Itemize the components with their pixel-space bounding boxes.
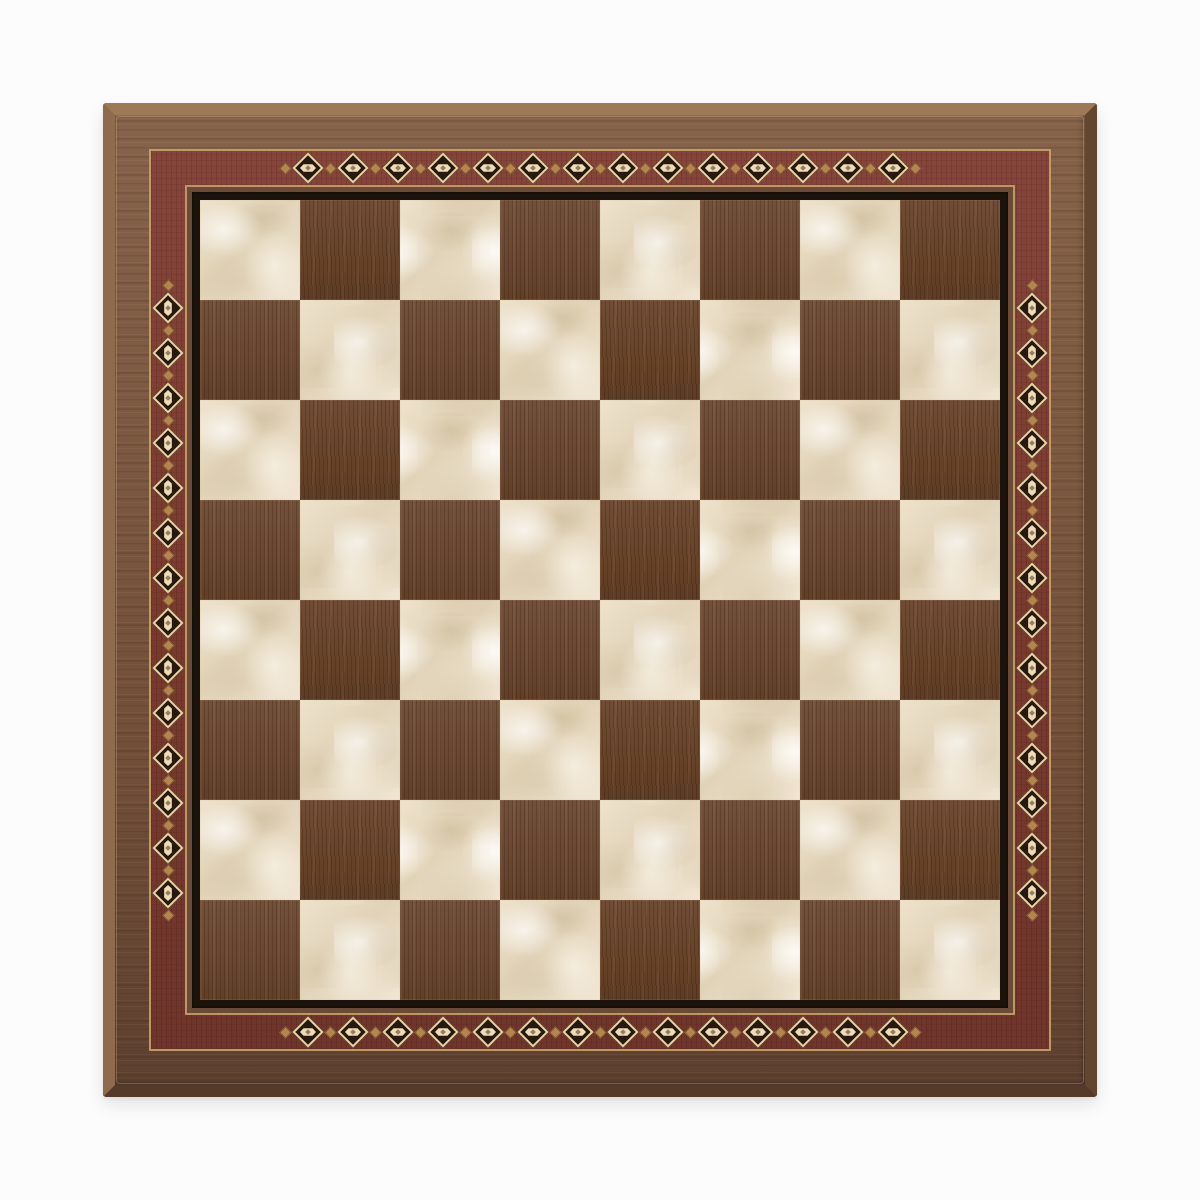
inlay-diamond-eye bbox=[660, 164, 676, 172]
inlay-large-diamond-icon bbox=[152, 292, 183, 323]
square-h1 bbox=[900, 900, 1000, 1000]
inlay-small-diamond-icon bbox=[459, 1026, 472, 1039]
inlay-diamond-eye bbox=[164, 705, 172, 721]
inlay-small-diamond-icon bbox=[162, 549, 175, 562]
square-h2 bbox=[900, 800, 1000, 900]
square-g3 bbox=[800, 700, 900, 800]
inlay-diamond-eye bbox=[840, 164, 856, 172]
inlay-large-diamond-icon bbox=[152, 427, 183, 458]
inlay-diamond-eye bbox=[795, 164, 811, 172]
inlay-diamond-eye bbox=[885, 1028, 901, 1036]
square-a8 bbox=[200, 200, 300, 300]
inlay-diamond-eye bbox=[1028, 660, 1036, 676]
inlay-diamond-eye bbox=[1028, 750, 1036, 766]
inlay-small-diamond-icon bbox=[369, 1026, 382, 1039]
square-c7 bbox=[400, 300, 500, 400]
inlay-diamond-eye bbox=[1028, 570, 1036, 586]
square-d1 bbox=[500, 900, 600, 1000]
inlay-small-diamond-icon bbox=[774, 1026, 787, 1039]
square-h3 bbox=[900, 700, 1000, 800]
inlay-diamond-eye bbox=[390, 164, 406, 172]
inlay-large-diamond-icon bbox=[427, 152, 458, 183]
inlay-diamond-eye bbox=[1028, 390, 1036, 406]
inlay-small-diamond-icon bbox=[279, 1026, 292, 1039]
inlay-large-diamond-icon bbox=[517, 1016, 548, 1047]
inlay-diamond-eye bbox=[164, 615, 172, 631]
square-h8 bbox=[900, 200, 1000, 300]
inlay-diamond-eye bbox=[1028, 525, 1036, 541]
inlay-small-diamond-icon bbox=[819, 1026, 832, 1039]
square-d3 bbox=[500, 700, 600, 800]
square-d6 bbox=[500, 400, 600, 500]
inlay-diamond-eye bbox=[705, 1028, 721, 1036]
square-h5 bbox=[900, 500, 1000, 600]
inlay-small-diamond-icon bbox=[162, 819, 175, 832]
inlay-large-diamond-icon bbox=[1016, 292, 1047, 323]
square-h6 bbox=[900, 400, 1000, 500]
inlay-small-diamond-icon bbox=[1026, 684, 1039, 697]
square-g6 bbox=[800, 400, 900, 500]
inlay-large-diamond-icon bbox=[1016, 472, 1047, 503]
square-g1 bbox=[800, 900, 900, 1000]
inlay-diamond-eye bbox=[885, 164, 901, 172]
square-e1 bbox=[600, 900, 700, 1000]
inlay-diamond-eye bbox=[164, 435, 172, 451]
square-c1 bbox=[400, 900, 500, 1000]
inlay-diamond-eye bbox=[164, 750, 172, 766]
inlay-large-diamond-icon bbox=[152, 652, 183, 683]
inlay-large-diamond-icon bbox=[1016, 517, 1047, 548]
square-b2 bbox=[300, 800, 400, 900]
inlay-small-diamond-icon bbox=[1026, 909, 1039, 922]
inlay-large-diamond-icon bbox=[787, 152, 818, 183]
square-f3 bbox=[700, 700, 800, 800]
square-a5 bbox=[200, 500, 300, 600]
inlay-large-diamond-icon bbox=[697, 1016, 728, 1047]
square-h7 bbox=[900, 300, 1000, 400]
inlay-large-diamond-icon bbox=[152, 832, 183, 863]
inlay-large-diamond-icon bbox=[1016, 697, 1047, 728]
inlay-diamond-eye bbox=[525, 1028, 541, 1036]
square-b3 bbox=[300, 700, 400, 800]
inlay-small-diamond-icon bbox=[504, 162, 517, 175]
square-e8 bbox=[600, 200, 700, 300]
inlay-diamond-eye bbox=[750, 164, 766, 172]
inlay-small-diamond-icon bbox=[279, 162, 292, 175]
inlay-large-diamond-icon bbox=[652, 152, 683, 183]
inlay-diamond-eye bbox=[615, 164, 631, 172]
inlay-strip-left bbox=[151, 185, 185, 1015]
square-a6 bbox=[200, 400, 300, 500]
inlay-large-diamond-icon bbox=[382, 1016, 413, 1047]
inlay-large-diamond-icon bbox=[337, 152, 368, 183]
square-c5 bbox=[400, 500, 500, 600]
square-f8 bbox=[700, 200, 800, 300]
inlay-small-diamond-icon bbox=[1026, 324, 1039, 337]
inlay-small-diamond-icon bbox=[1026, 729, 1039, 742]
inlay-diamond-eye bbox=[164, 570, 172, 586]
inlay-small-diamond-icon bbox=[1026, 549, 1039, 562]
inlay-small-diamond-icon bbox=[162, 414, 175, 427]
inlay-small-diamond-icon bbox=[162, 864, 175, 877]
inlay-diamond-eye bbox=[164, 300, 172, 316]
inlay-diamond-eye bbox=[164, 480, 172, 496]
inlay-large-diamond-icon bbox=[152, 877, 183, 908]
inlay-small-diamond-icon bbox=[162, 459, 175, 472]
inlay-diamond-eye bbox=[840, 1028, 856, 1036]
inlay-diamond-eye bbox=[164, 390, 172, 406]
inlay-diamond-eye bbox=[164, 885, 172, 901]
inlay-large-diamond-icon bbox=[562, 1016, 593, 1047]
inlay-diamond-eye bbox=[164, 795, 172, 811]
inlay-strip-bottom bbox=[185, 1015, 1015, 1049]
inlay-large-diamond-icon bbox=[292, 152, 323, 183]
inlay-small-diamond-icon bbox=[1026, 414, 1039, 427]
inlay-diamond-eye bbox=[164, 840, 172, 856]
inlay-small-diamond-icon bbox=[549, 1026, 562, 1039]
inlay-small-diamond-icon bbox=[864, 1026, 877, 1039]
inlay-large-diamond-icon bbox=[472, 1016, 503, 1047]
inlay-strip-right bbox=[1015, 185, 1049, 1015]
inlay-large-diamond-icon bbox=[697, 152, 728, 183]
square-f5 bbox=[700, 500, 800, 600]
square-a3 bbox=[200, 700, 300, 800]
inlay-large-diamond-icon bbox=[652, 1016, 683, 1047]
inlay-diamond-eye bbox=[480, 164, 496, 172]
square-d4 bbox=[500, 600, 600, 700]
square-g8 bbox=[800, 200, 900, 300]
inlay-diamond-eye bbox=[1028, 300, 1036, 316]
inlay-large-diamond-icon bbox=[1016, 832, 1047, 863]
inlay-small-diamond-icon bbox=[1026, 279, 1039, 292]
inlay-small-diamond-icon bbox=[324, 162, 337, 175]
inlay-small-diamond-icon bbox=[162, 369, 175, 382]
inlay-diamond-eye bbox=[480, 1028, 496, 1036]
inlay-large-diamond-icon bbox=[152, 562, 183, 593]
inlay-small-diamond-icon bbox=[162, 324, 175, 337]
inlay-diamond-eye bbox=[1028, 435, 1036, 451]
inlay-large-diamond-icon bbox=[152, 697, 183, 728]
inlay-diamond-eye bbox=[300, 1028, 316, 1036]
inlay-large-diamond-icon bbox=[607, 1016, 638, 1047]
square-b4 bbox=[300, 600, 400, 700]
square-f6 bbox=[700, 400, 800, 500]
square-g4 bbox=[800, 600, 900, 700]
inlay-small-diamond-icon bbox=[414, 1026, 427, 1039]
inlay-large-diamond-icon bbox=[152, 517, 183, 548]
inlay-diamond-eye bbox=[1028, 885, 1036, 901]
inlay-large-diamond-icon bbox=[562, 152, 593, 183]
inlay-large-diamond-icon bbox=[1016, 787, 1047, 818]
inlay-large-diamond-icon bbox=[877, 1016, 908, 1047]
inlay-small-diamond-icon bbox=[1026, 504, 1039, 517]
inlay-diamond-eye bbox=[1028, 705, 1036, 721]
inlay-large-diamond-icon bbox=[1016, 877, 1047, 908]
inlay-small-diamond-icon bbox=[1026, 594, 1039, 607]
inlay-large-diamond-icon bbox=[427, 1016, 458, 1047]
inlay-diamond-eye bbox=[795, 1028, 811, 1036]
inlay-large-diamond-icon bbox=[742, 1016, 773, 1047]
square-d5 bbox=[500, 500, 600, 600]
square-g5 bbox=[800, 500, 900, 600]
inlay-small-diamond-icon bbox=[1026, 459, 1039, 472]
inlay-large-diamond-icon bbox=[1016, 337, 1047, 368]
inlay-small-diamond-icon bbox=[1026, 774, 1039, 787]
square-c2 bbox=[400, 800, 500, 900]
inlay-large-diamond-icon bbox=[1016, 562, 1047, 593]
inlay-large-diamond-icon bbox=[152, 787, 183, 818]
square-d7 bbox=[500, 300, 600, 400]
inlay-large-diamond-icon bbox=[337, 1016, 368, 1047]
inlay-large-diamond-icon bbox=[517, 152, 548, 183]
inlay-large-diamond-icon bbox=[1016, 742, 1047, 773]
inlay-large-diamond-icon bbox=[472, 152, 503, 183]
inlay-small-diamond-icon bbox=[162, 729, 175, 742]
inlay-large-diamond-icon bbox=[832, 152, 863, 183]
square-c3 bbox=[400, 700, 500, 800]
inlay-small-diamond-icon bbox=[684, 162, 697, 175]
inlay-small-diamond-icon bbox=[162, 594, 175, 607]
inlay-large-diamond-icon bbox=[1016, 652, 1047, 683]
square-e5 bbox=[600, 500, 700, 600]
square-f7 bbox=[700, 300, 800, 400]
inlay-diamond-eye bbox=[1028, 480, 1036, 496]
inlay-small-diamond-icon bbox=[504, 1026, 517, 1039]
square-e2 bbox=[600, 800, 700, 900]
inlay-small-diamond-icon bbox=[324, 1026, 337, 1039]
inlay-small-diamond-icon bbox=[729, 162, 742, 175]
inlay-diamond-eye bbox=[164, 345, 172, 361]
inlay-small-diamond-icon bbox=[162, 774, 175, 787]
square-b7 bbox=[300, 300, 400, 400]
inlay-small-diamond-icon bbox=[1026, 864, 1039, 877]
square-b5 bbox=[300, 500, 400, 600]
inlay-diamond-eye bbox=[164, 660, 172, 676]
inlay-diamond-eye bbox=[1028, 345, 1036, 361]
inlay-large-diamond-icon bbox=[152, 607, 183, 638]
square-f4 bbox=[700, 600, 800, 700]
inlay-small-diamond-icon bbox=[1026, 819, 1039, 832]
inlay-large-diamond-icon bbox=[152, 337, 183, 368]
inlay-diamond-eye bbox=[525, 164, 541, 172]
square-a1 bbox=[200, 900, 300, 1000]
inlay-diamond-eye bbox=[750, 1028, 766, 1036]
inlay-small-diamond-icon bbox=[819, 162, 832, 175]
inlay-small-diamond-icon bbox=[639, 1026, 652, 1039]
inlay-small-diamond-icon bbox=[774, 162, 787, 175]
inlay-small-diamond-icon bbox=[639, 162, 652, 175]
square-g2 bbox=[800, 800, 900, 900]
inlay-small-diamond-icon bbox=[594, 1026, 607, 1039]
inlay-large-diamond-icon bbox=[607, 152, 638, 183]
square-a4 bbox=[200, 600, 300, 700]
square-c6 bbox=[400, 400, 500, 500]
inlay-strip-top bbox=[185, 151, 1015, 185]
inlay-large-diamond-icon bbox=[152, 382, 183, 413]
inlay-small-diamond-icon bbox=[909, 1026, 922, 1039]
square-h4 bbox=[900, 600, 1000, 700]
square-a2 bbox=[200, 800, 300, 900]
playing-field bbox=[200, 200, 1000, 1000]
inlay-diamond-eye bbox=[570, 1028, 586, 1036]
inlay-diamond-eye bbox=[435, 164, 451, 172]
inlay-large-diamond-icon bbox=[1016, 427, 1047, 458]
square-f2 bbox=[700, 800, 800, 900]
square-c8 bbox=[400, 200, 500, 300]
inlay-diamond-eye bbox=[660, 1028, 676, 1036]
inlay-small-diamond-icon bbox=[162, 684, 175, 697]
inlay-diamond-eye bbox=[570, 164, 586, 172]
square-e7 bbox=[600, 300, 700, 400]
square-b1 bbox=[300, 900, 400, 1000]
inlay-small-diamond-icon bbox=[864, 162, 877, 175]
square-d8 bbox=[500, 200, 600, 300]
inlay-small-diamond-icon bbox=[459, 162, 472, 175]
inlay-large-diamond-icon bbox=[152, 472, 183, 503]
inlay-small-diamond-icon bbox=[684, 1026, 697, 1039]
square-b6 bbox=[300, 400, 400, 500]
inlay-diamond-eye bbox=[1028, 795, 1036, 811]
inlay-diamond-eye bbox=[435, 1028, 451, 1036]
inlay-large-diamond-icon bbox=[1016, 607, 1047, 638]
square-b8 bbox=[300, 200, 400, 300]
inlay-large-diamond-icon bbox=[1016, 382, 1047, 413]
inlay-small-diamond-icon bbox=[162, 504, 175, 517]
inlay-small-diamond-icon bbox=[549, 162, 562, 175]
inlay-large-diamond-icon bbox=[742, 152, 773, 183]
inlay-diamond-eye bbox=[1028, 840, 1036, 856]
square-e3 bbox=[600, 700, 700, 800]
inlay-large-diamond-icon bbox=[877, 152, 908, 183]
square-d2 bbox=[500, 800, 600, 900]
inlay-small-diamond-icon bbox=[594, 162, 607, 175]
square-c4 bbox=[400, 600, 500, 700]
inlay-small-diamond-icon bbox=[414, 162, 427, 175]
square-f1 bbox=[700, 900, 800, 1000]
inlay-large-diamond-icon bbox=[832, 1016, 863, 1047]
inlay-diamond-eye bbox=[1028, 615, 1036, 631]
inlay-diamond-eye bbox=[345, 164, 361, 172]
inlay-small-diamond-icon bbox=[162, 279, 175, 292]
inlay-diamond-eye bbox=[300, 164, 316, 172]
inlay-large-diamond-icon bbox=[382, 152, 413, 183]
inlay-diamond-eye bbox=[390, 1028, 406, 1036]
inlay-small-diamond-icon bbox=[909, 162, 922, 175]
square-a7 bbox=[200, 300, 300, 400]
inlay-small-diamond-icon bbox=[1026, 369, 1039, 382]
inlay-small-diamond-icon bbox=[162, 909, 175, 922]
inlay-large-diamond-icon bbox=[292, 1016, 323, 1047]
inlay-diamond-eye bbox=[615, 1028, 631, 1036]
square-g7 bbox=[800, 300, 900, 400]
inlay-diamond-eye bbox=[345, 1028, 361, 1036]
inlay-large-diamond-icon bbox=[787, 1016, 818, 1047]
inlay-small-diamond-icon bbox=[162, 639, 175, 652]
inlay-small-diamond-icon bbox=[369, 162, 382, 175]
inlay-small-diamond-icon bbox=[729, 1026, 742, 1039]
chess-board bbox=[103, 103, 1097, 1097]
inlay-small-diamond-icon bbox=[1026, 639, 1039, 652]
inlay-diamond-eye bbox=[164, 525, 172, 541]
inlay-diamond-eye bbox=[705, 164, 721, 172]
square-e6 bbox=[600, 400, 700, 500]
square-e4 bbox=[600, 600, 700, 700]
inlay-large-diamond-icon bbox=[152, 742, 183, 773]
